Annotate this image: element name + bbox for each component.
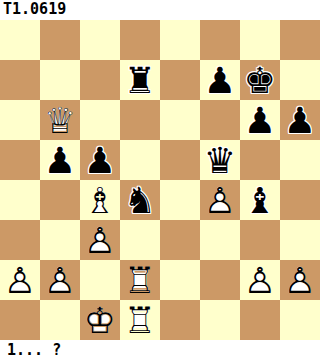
square-a3[interactable] (0, 220, 40, 260)
square-e2[interactable] (160, 260, 200, 300)
square-a7[interactable] (0, 60, 40, 100)
white-bishop-outline-icon: ♗ (80, 180, 120, 220)
black-rook-piece: ♜ (120, 60, 160, 100)
square-f1[interactable] (200, 300, 240, 340)
square-a4[interactable] (0, 180, 40, 220)
square-g3[interactable] (240, 220, 280, 260)
white-rook-outline-icon: ♖ (120, 300, 160, 340)
square-b6[interactable]: ♛♕ (40, 100, 80, 140)
black-king-piece: ♚ (240, 60, 280, 100)
square-c3[interactable]: ♟♙ (80, 220, 120, 260)
square-d8[interactable] (120, 20, 160, 60)
square-g7[interactable]: ♚ (240, 60, 280, 100)
black-pawn-piece: ♟ (240, 100, 280, 140)
square-g5[interactable] (240, 140, 280, 180)
black-pawn-piece: ♟ (40, 140, 80, 180)
square-a2[interactable]: ♟♙ (0, 260, 40, 300)
square-h2[interactable]: ♟♙ (280, 260, 320, 300)
square-g1[interactable] (240, 300, 280, 340)
white-pawn-outline-icon: ♙ (0, 260, 40, 300)
square-h6[interactable]: ♟ (280, 100, 320, 140)
puzzle-title: T1.0619 (0, 0, 320, 20)
square-b2[interactable]: ♟♙ (40, 260, 80, 300)
square-d5[interactable] (120, 140, 160, 180)
square-c6[interactable] (80, 100, 120, 140)
move-prompt: 1... ? (0, 340, 320, 360)
chess-board: ♜♟♚♛♕♟♟♟♟♛♝♗♞♟♙♝♟♙♟♙♟♙♜♖♟♙♟♙♚♔♜♖ (0, 20, 320, 340)
white-pawn-outline-icon: ♙ (280, 260, 320, 300)
square-c2[interactable] (80, 260, 120, 300)
square-e1[interactable] (160, 300, 200, 340)
square-e7[interactable] (160, 60, 200, 100)
square-d1[interactable]: ♜♖ (120, 300, 160, 340)
square-f5[interactable]: ♛ (200, 140, 240, 180)
square-a1[interactable] (0, 300, 40, 340)
black-pawn-piece: ♟ (80, 140, 120, 180)
square-a5[interactable] (0, 140, 40, 180)
black-pawn-piece: ♟ (280, 100, 320, 140)
black-bishop-piece: ♝ (240, 180, 280, 220)
white-pawn-outline-icon: ♙ (240, 260, 280, 300)
white-king-outline-icon: ♔ (80, 300, 120, 340)
square-e3[interactable] (160, 220, 200, 260)
square-g8[interactable] (240, 20, 280, 60)
square-d4[interactable]: ♞ (120, 180, 160, 220)
white-pawn-outline-icon: ♙ (200, 180, 240, 220)
square-f4[interactable]: ♟♙ (200, 180, 240, 220)
square-a8[interactable] (0, 20, 40, 60)
square-e8[interactable] (160, 20, 200, 60)
square-d3[interactable] (120, 220, 160, 260)
black-knight-piece: ♞ (120, 180, 160, 220)
square-f6[interactable] (200, 100, 240, 140)
white-queen-outline-icon: ♕ (40, 100, 80, 140)
square-h8[interactable] (280, 20, 320, 60)
square-f7[interactable]: ♟ (200, 60, 240, 100)
square-f2[interactable] (200, 260, 240, 300)
square-g6[interactable]: ♟ (240, 100, 280, 140)
square-e6[interactable] (160, 100, 200, 140)
square-e5[interactable] (160, 140, 200, 180)
square-c5[interactable]: ♟ (80, 140, 120, 180)
square-b3[interactable] (40, 220, 80, 260)
square-d6[interactable] (120, 100, 160, 140)
square-c8[interactable] (80, 20, 120, 60)
black-queen-piece: ♛ (200, 140, 240, 180)
square-f8[interactable] (200, 20, 240, 60)
square-d2[interactable]: ♜♖ (120, 260, 160, 300)
square-b4[interactable] (40, 180, 80, 220)
square-h7[interactable] (280, 60, 320, 100)
square-g4[interactable]: ♝ (240, 180, 280, 220)
square-a6[interactable] (0, 100, 40, 140)
square-b1[interactable] (40, 300, 80, 340)
square-h4[interactable] (280, 180, 320, 220)
square-c7[interactable] (80, 60, 120, 100)
square-c4[interactable]: ♝♗ (80, 180, 120, 220)
square-h1[interactable] (280, 300, 320, 340)
square-d7[interactable]: ♜ (120, 60, 160, 100)
square-c1[interactable]: ♚♔ (80, 300, 120, 340)
square-h3[interactable] (280, 220, 320, 260)
square-g2[interactable]: ♟♙ (240, 260, 280, 300)
white-pawn-outline-icon: ♙ (80, 220, 120, 260)
black-pawn-piece: ♟ (200, 60, 240, 100)
square-b8[interactable] (40, 20, 80, 60)
square-f3[interactable] (200, 220, 240, 260)
square-b5[interactable]: ♟ (40, 140, 80, 180)
square-b7[interactable] (40, 60, 80, 100)
square-e4[interactable] (160, 180, 200, 220)
white-rook-outline-icon: ♖ (120, 260, 160, 300)
white-pawn-outline-icon: ♙ (40, 260, 80, 300)
square-h5[interactable] (280, 140, 320, 180)
